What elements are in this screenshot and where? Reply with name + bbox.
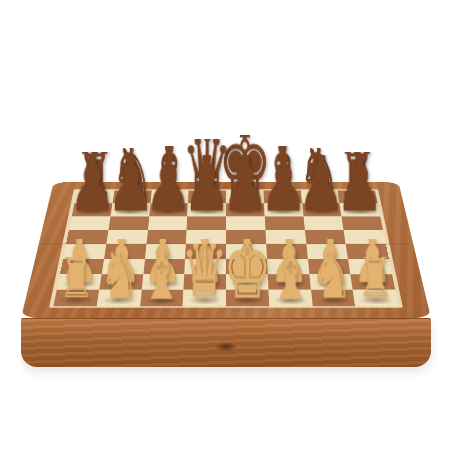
- piece-white-rook[interactable]: ♜: [58, 257, 94, 298]
- piece-black-pawn[interactable]: ♟: [336, 155, 384, 209]
- square-d7[interactable]: ♟: [187, 203, 226, 216]
- chess-board: ♜♞♝♛♚♝♞♜♟♟♟♟♟♟♟♟♟♟♟♟♟♟♟♟♜♞♝♛♚♝♞♜: [21, 182, 431, 318]
- board-grid: ♜♞♝♛♚♝♞♜♟♟♟♟♟♟♟♟♟♟♟♟♟♟♟♟♜♞♝♛♚♝♞♜: [53, 190, 398, 306]
- square-e1[interactable]: ♚: [226, 290, 269, 306]
- square-h7[interactable]: ♟: [340, 203, 381, 216]
- piece-white-king[interactable]: ♚: [223, 242, 272, 298]
- piece-white-bishop[interactable]: ♝: [269, 250, 311, 298]
- piece-white-rook[interactable]: ♜: [358, 257, 394, 298]
- square-f1[interactable]: ♝: [268, 290, 312, 306]
- board-front-edge: [21, 318, 431, 367]
- piece-white-knight[interactable]: ♞: [99, 252, 139, 298]
- piece-white-bishop[interactable]: ♝: [141, 250, 183, 298]
- square-c1[interactable]: ♝: [140, 290, 184, 306]
- piece-white-knight[interactable]: ♞: [313, 252, 353, 298]
- square-h1[interactable]: ♜: [353, 290, 399, 306]
- square-d1[interactable]: ♛: [183, 290, 226, 306]
- piece-white-queen[interactable]: ♛: [181, 244, 228, 298]
- square-b1[interactable]: ♞: [97, 290, 142, 306]
- board-playing-area: ♜♞♝♛♚♝♞♜♟♟♟♟♟♟♟♟♟♟♟♟♟♟♟♟♜♞♝♛♚♝♞♜: [49, 189, 403, 308]
- square-g1[interactable]: ♞: [311, 290, 356, 306]
- product-photo-backdrop: ♜♞♝♛♚♝♞♜♟♟♟♟♟♟♟♟♟♟♟♟♟♟♟♟♜♞♝♛♚♝♞♜: [0, 0, 450, 450]
- square-a1[interactable]: ♜: [53, 290, 99, 306]
